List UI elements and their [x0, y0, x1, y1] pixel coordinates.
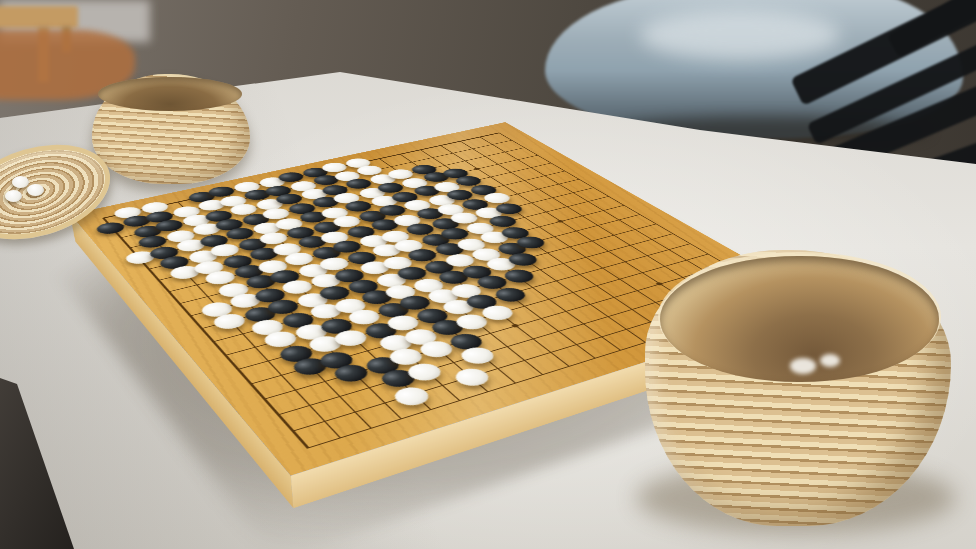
board-cell	[623, 264, 663, 282]
white-stone	[450, 366, 495, 389]
board-cell	[437, 299, 478, 318]
white-stone	[375, 332, 417, 353]
black-stone	[331, 267, 369, 285]
black-stone	[263, 297, 302, 316]
board-cell	[331, 327, 373, 348]
board-cell	[261, 329, 302, 350]
board-cell	[180, 319, 220, 339]
board-cell	[203, 270, 241, 288]
board-cell	[403, 360, 447, 383]
board-cell	[605, 319, 648, 340]
white-stone	[304, 333, 346, 354]
board-cell	[166, 265, 203, 283]
board-cell	[302, 370, 346, 393]
board-cell	[600, 270, 640, 288]
board-cell	[264, 297, 304, 316]
board-cell	[187, 287, 226, 306]
white-stone	[209, 311, 249, 331]
black-stone	[315, 284, 354, 302]
board-cell	[388, 346, 431, 368]
board-cell	[274, 343, 316, 365]
white-stone	[389, 385, 434, 409]
white-stone	[438, 297, 479, 316]
board-cell	[598, 340, 643, 362]
board-cell	[562, 314, 605, 334]
black-stone	[472, 273, 512, 291]
black-stone	[435, 268, 474, 286]
board-cell	[360, 354, 404, 376]
board-cell	[377, 407, 424, 433]
white-stone	[344, 307, 385, 327]
board-cell	[371, 301, 412, 320]
white-stone	[214, 281, 252, 299]
board-cell	[511, 329, 554, 350]
board-cell	[560, 266, 600, 284]
board-cell	[472, 274, 512, 292]
board-cell	[587, 307, 630, 327]
board-cell	[397, 294, 437, 313]
board-cell	[492, 372, 538, 396]
white-stone-in-bowl	[790, 358, 816, 374]
board-cell	[317, 315, 358, 335]
board-cell	[279, 279, 318, 297]
white-stone	[166, 264, 203, 281]
board-cell	[400, 325, 442, 346]
board-cell	[192, 259, 229, 276]
board-cell	[303, 335, 345, 356]
white-stone	[456, 345, 500, 367]
board-cell	[464, 381, 510, 405]
black-stone	[251, 287, 290, 306]
board-cell	[427, 318, 469, 338]
board-cell	[385, 313, 426, 333]
go-board	[148, 26, 700, 486]
white-stone	[197, 300, 236, 319]
board-cell	[344, 277, 383, 295]
board-cell	[304, 302, 344, 322]
white-stone	[409, 276, 448, 294]
board-cell	[209, 311, 249, 331]
board-cell	[611, 300, 653, 319]
white-stone	[400, 327, 442, 348]
captured-white-stone	[5, 190, 22, 202]
white-stone	[293, 291, 332, 310]
board-cell	[331, 266, 369, 284]
black-stone	[490, 286, 530, 305]
hoshi-point	[655, 282, 664, 286]
board-cell	[237, 304, 277, 324]
black-stone	[266, 268, 304, 286]
black-stone	[393, 264, 432, 281]
white-stone	[254, 258, 291, 275]
board-cell	[300, 409, 346, 435]
board-cell	[419, 258, 458, 275]
board-cell	[390, 383, 435, 407]
board-cell	[129, 260, 166, 277]
board-cell	[356, 260, 394, 277]
board-cell	[293, 262, 331, 279]
board-cell	[478, 304, 520, 324]
board-cell	[463, 292, 504, 311]
white-stone	[330, 296, 370, 315]
board-cell	[225, 292, 264, 311]
board-cell	[415, 338, 458, 360]
white-stone	[291, 322, 332, 343]
board-cell	[554, 334, 598, 355]
white-stone	[403, 361, 447, 384]
board-cell	[331, 295, 371, 314]
board-cell	[373, 333, 415, 354]
board-cell	[318, 255, 356, 272]
board-cell	[346, 416, 393, 442]
board-cell	[241, 274, 279, 292]
board-cell	[316, 385, 361, 409]
board-cell	[381, 254, 419, 271]
board-cell	[495, 316, 537, 336]
white-stone	[307, 272, 345, 290]
board-cell	[176, 276, 214, 294]
board-cell	[537, 321, 580, 342]
board-cell	[198, 299, 237, 318]
board-cell	[214, 281, 252, 299]
black-stone	[457, 263, 496, 280]
white-stone-in-bowl	[820, 354, 840, 367]
board-cell	[407, 398, 453, 423]
board-cell	[544, 255, 583, 272]
white-stone	[201, 269, 239, 287]
board-cell	[221, 324, 262, 345]
black-stone	[376, 367, 420, 390]
board-cell	[412, 306, 453, 326]
black-stone	[499, 267, 538, 285]
black-stone	[315, 349, 358, 371]
board-cell	[485, 336, 529, 357]
board-cell	[504, 297, 545, 316]
board-cell	[159, 294, 198, 313]
board-cell	[481, 257, 520, 274]
board-cell	[230, 263, 268, 281]
board-cell	[318, 284, 357, 303]
board-cell	[573, 348, 618, 370]
board-cell	[245, 350, 288, 372]
board-cell	[576, 277, 617, 295]
board-cell	[520, 364, 565, 387]
board-cell	[169, 306, 208, 326]
black-stone	[412, 306, 453, 326]
board-cell	[139, 271, 176, 289]
board-cell	[317, 348, 360, 370]
hoshi-point	[268, 293, 276, 297]
board-cell	[361, 392, 407, 417]
captured-white-stone	[12, 176, 29, 188]
board-cell	[233, 337, 275, 358]
board-cell	[408, 276, 447, 294]
white-stone	[424, 287, 464, 306]
white-stone	[295, 262, 333, 279]
board-cell	[305, 273, 344, 291]
board-cell	[394, 264, 433, 282]
board-cell	[228, 373, 272, 397]
white-stone	[385, 346, 428, 368]
photo-scene	[0, 0, 976, 549]
black-stone	[156, 254, 192, 271]
board-cell	[288, 356, 331, 379]
board-cell	[249, 317, 290, 337]
board-cell	[331, 400, 377, 425]
black-stone	[278, 310, 318, 330]
white-stone	[383, 313, 424, 333]
board-cell	[488, 285, 529, 304]
board-cell	[458, 344, 502, 366]
white-stone	[190, 259, 227, 276]
white-stone	[481, 256, 520, 273]
captured-white-stone	[27, 184, 44, 196]
board-cell	[149, 283, 187, 301]
white-stone	[226, 292, 265, 311]
board-cell	[272, 379, 316, 403]
board-cell	[241, 387, 285, 411]
white-stone	[451, 312, 493, 332]
board-cell	[277, 309, 317, 329]
board-cell	[552, 283, 593, 302]
board-cell	[645, 258, 685, 275]
board-cell	[448, 280, 488, 298]
board-cell	[331, 362, 375, 385]
board-cell	[383, 282, 423, 300]
board-cell	[442, 331, 485, 352]
black-stone	[357, 288, 397, 307]
white-stone	[260, 329, 301, 350]
board-cell	[255, 403, 300, 428]
black-stone	[462, 292, 503, 311]
white-stone	[247, 317, 287, 337]
board-cell	[315, 426, 362, 453]
white-stone	[372, 271, 411, 289]
board-cell	[475, 358, 520, 381]
board-cell	[267, 268, 305, 286]
board-cell	[369, 271, 408, 289]
board-cell	[453, 311, 495, 331]
black-stone	[344, 277, 383, 295]
board-cell	[569, 295, 611, 314]
board-cell	[156, 254, 193, 271]
board-cell	[290, 322, 331, 343]
board-cell	[617, 282, 658, 300]
white-stone	[379, 255, 417, 272]
black-stone	[275, 343, 317, 365]
board-cell	[583, 259, 623, 276]
white-stone	[278, 278, 317, 296]
board-cell	[375, 368, 419, 391]
black-stone	[360, 321, 401, 341]
white-stone	[415, 339, 458, 360]
board-cell	[423, 287, 463, 306]
white-stone	[447, 282, 487, 300]
black-stone	[316, 316, 357, 336]
board-cell	[457, 263, 496, 280]
black-stone	[231, 263, 268, 280]
board-cell	[502, 350, 546, 372]
board-cell	[291, 290, 331, 309]
white-stone	[306, 301, 346, 320]
white-stone	[316, 256, 354, 273]
board-cell	[545, 302, 587, 322]
black-stone	[288, 356, 331, 378]
board-cell	[496, 267, 536, 285]
hoshi-point	[348, 370, 357, 375]
black-stone	[361, 354, 404, 376]
hoshi-point	[511, 324, 520, 328]
board-cell	[593, 288, 634, 307]
board-cell	[357, 289, 397, 308]
board-cell	[216, 358, 259, 381]
black-stone	[242, 273, 280, 291]
board-cell	[520, 309, 562, 329]
board-cell	[344, 308, 385, 328]
white-stone	[381, 283, 421, 301]
board-cell	[419, 374, 464, 398]
board-cell	[469, 323, 512, 344]
black-stone	[374, 300, 414, 319]
board-cell	[546, 356, 591, 379]
board-cell	[256, 257, 293, 274]
board-cell	[358, 320, 400, 341]
board-cell	[286, 394, 331, 419]
board-cell	[529, 342, 573, 364]
board-cell	[520, 261, 559, 278]
board-cell	[447, 366, 492, 389]
board-cell	[203, 345, 245, 367]
black-stone	[240, 305, 280, 325]
board-cell	[512, 279, 552, 297]
black-stone	[420, 258, 458, 275]
board-cell	[433, 269, 472, 287]
white-stone	[330, 328, 372, 349]
board-cell	[536, 272, 576, 290]
black-stone	[329, 362, 373, 385]
black-stone	[445, 331, 488, 352]
black-stone	[427, 317, 469, 337]
black-stone	[395, 293, 435, 312]
white-stone	[357, 259, 395, 276]
board-cell	[258, 364, 301, 387]
board-cell	[192, 331, 233, 352]
board-cell	[252, 286, 291, 305]
board-cell	[436, 389, 482, 414]
board-cell	[431, 352, 475, 374]
board-cell	[528, 290, 569, 309]
board-cell	[283, 435, 330, 462]
board-cell	[269, 419, 315, 445]
white-stone	[477, 303, 518, 323]
board-cell	[580, 327, 624, 348]
board-cell	[345, 341, 388, 363]
board-cell	[346, 377, 391, 401]
